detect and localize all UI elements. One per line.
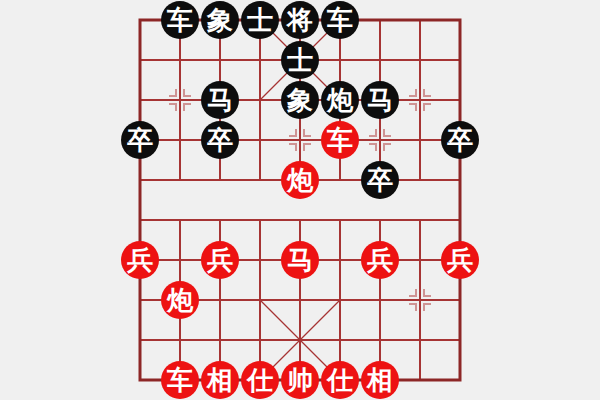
- piece-red-advisor[interactable]: 仕: [321, 361, 359, 399]
- piece-black-soldier[interactable]: 卒: [201, 121, 239, 159]
- piece-black-chariot[interactable]: 车: [321, 1, 359, 39]
- piece-red-advisor[interactable]: 仕: [241, 361, 279, 399]
- piece-black-general[interactable]: 将: [281, 1, 319, 39]
- piece-red-soldier[interactable]: 兵: [441, 241, 479, 279]
- piece-black-soldier[interactable]: 卒: [441, 121, 479, 159]
- screenshot-root: { "game": "xiangqi", "position": { "fen"…: [0, 0, 600, 400]
- xiangqi-board: 车象士将车士马象炮马卒卒车卒炮卒兵兵马兵兵炮车相仕帅仕相: [120, 0, 480, 400]
- piece-black-advisor[interactable]: 士: [241, 1, 279, 39]
- piece-black-soldier[interactable]: 卒: [361, 161, 399, 199]
- piece-red-horse[interactable]: 马: [281, 241, 319, 279]
- piece-black-elephant[interactable]: 象: [281, 81, 319, 119]
- piece-black-horse[interactable]: 马: [201, 81, 239, 119]
- piece-red-soldier[interactable]: 兵: [121, 241, 159, 279]
- piece-red-general[interactable]: 帅: [281, 361, 319, 399]
- piece-black-chariot[interactable]: 车: [161, 1, 199, 39]
- piece-black-elephant[interactable]: 象: [201, 1, 239, 39]
- piece-black-soldier[interactable]: 卒: [121, 121, 159, 159]
- piece-black-horse[interactable]: 马: [361, 81, 399, 119]
- piece-red-chariot[interactable]: 车: [321, 121, 359, 159]
- piece-black-cannon[interactable]: 炮: [321, 81, 359, 119]
- piece-red-soldier[interactable]: 兵: [201, 241, 239, 279]
- pieces-layer: 车象士将车士马象炮马卒卒车卒炮卒兵兵马兵兵炮车相仕帅仕相: [120, 0, 480, 400]
- piece-red-soldier[interactable]: 兵: [361, 241, 399, 279]
- piece-red-elephant[interactable]: 相: [201, 361, 239, 399]
- piece-red-chariot[interactable]: 车: [161, 361, 199, 399]
- piece-red-cannon[interactable]: 炮: [281, 161, 319, 199]
- piece-red-cannon[interactable]: 炮: [161, 281, 199, 319]
- piece-red-elephant[interactable]: 相: [361, 361, 399, 399]
- piece-black-advisor[interactable]: 士: [281, 41, 319, 79]
